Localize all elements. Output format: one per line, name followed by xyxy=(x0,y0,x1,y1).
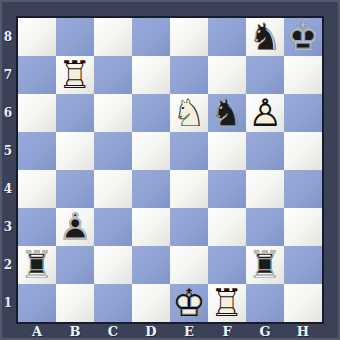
square-f8[interactable] xyxy=(208,18,246,56)
square-f2[interactable] xyxy=(208,246,246,284)
rank-labels: 87654321 xyxy=(0,18,16,322)
rank-label-2: 2 xyxy=(0,246,16,284)
file-label-a: A xyxy=(18,323,56,340)
square-c1[interactable] xyxy=(94,284,132,322)
square-c8[interactable] xyxy=(94,18,132,56)
white-king-e1: ♚♔ xyxy=(170,284,208,322)
square-e1[interactable]: ♚♔ xyxy=(170,284,208,322)
square-h5[interactable] xyxy=(284,132,322,170)
square-d7[interactable] xyxy=(132,56,170,94)
square-g4[interactable] xyxy=(246,170,284,208)
square-d3[interactable] xyxy=(132,208,170,246)
square-d8[interactable] xyxy=(132,18,170,56)
square-b8[interactable] xyxy=(56,18,94,56)
square-h7[interactable] xyxy=(284,56,322,94)
square-c6[interactable] xyxy=(94,94,132,132)
black-rook-a2: ♜♖ xyxy=(18,246,56,284)
square-a2[interactable]: ♜♖ xyxy=(18,246,56,284)
square-g8[interactable]: ♞♘ xyxy=(246,18,284,56)
square-g3[interactable] xyxy=(246,208,284,246)
square-a3[interactable] xyxy=(18,208,56,246)
square-b7[interactable]: ♜♖ xyxy=(56,56,94,94)
square-c7[interactable] xyxy=(94,56,132,94)
square-f1[interactable]: ♜♖ xyxy=(208,284,246,322)
square-f5[interactable] xyxy=(208,132,246,170)
rank-label-8: 8 xyxy=(0,18,16,56)
square-c4[interactable] xyxy=(94,170,132,208)
square-a1[interactable] xyxy=(18,284,56,322)
square-c5[interactable] xyxy=(94,132,132,170)
square-f4[interactable] xyxy=(208,170,246,208)
file-label-d: D xyxy=(132,323,170,340)
square-g7[interactable] xyxy=(246,56,284,94)
square-f3[interactable] xyxy=(208,208,246,246)
white-knight-e6: ♞♘ xyxy=(170,94,208,132)
white-rook-f1: ♜♖ xyxy=(208,284,246,322)
square-e3[interactable] xyxy=(170,208,208,246)
rank-label-5: 5 xyxy=(0,132,16,170)
square-f7[interactable] xyxy=(208,56,246,94)
square-g2[interactable]: ♜♖ xyxy=(246,246,284,284)
square-h2[interactable] xyxy=(284,246,322,284)
square-e6[interactable]: ♞♘ xyxy=(170,94,208,132)
square-d2[interactable] xyxy=(132,246,170,284)
square-a4[interactable] xyxy=(18,170,56,208)
square-h6[interactable] xyxy=(284,94,322,132)
square-b3[interactable]: ♟♙ xyxy=(56,208,94,246)
black-king-h8: ♚♔ xyxy=(284,18,322,56)
square-b5[interactable] xyxy=(56,132,94,170)
file-label-e: E xyxy=(170,323,208,340)
square-g1[interactable] xyxy=(246,284,284,322)
file-labels: ABCDEFGH xyxy=(18,323,322,340)
chess-board: ♞♘♚♔♜♖♞♘♞♘♟♙♟♙♜♖♜♖♚♔♜♖ xyxy=(16,16,324,324)
square-h4[interactable] xyxy=(284,170,322,208)
square-e2[interactable] xyxy=(170,246,208,284)
square-a6[interactable] xyxy=(18,94,56,132)
rank-label-4: 4 xyxy=(0,170,16,208)
square-e4[interactable] xyxy=(170,170,208,208)
file-label-f: F xyxy=(208,323,246,340)
file-label-g: G xyxy=(246,323,284,340)
square-d4[interactable] xyxy=(132,170,170,208)
square-g5[interactable] xyxy=(246,132,284,170)
file-label-b: B xyxy=(56,323,94,340)
square-h3[interactable] xyxy=(284,208,322,246)
square-b1[interactable] xyxy=(56,284,94,322)
square-d6[interactable] xyxy=(132,94,170,132)
square-c3[interactable] xyxy=(94,208,132,246)
rank-label-6: 6 xyxy=(0,94,16,132)
square-e8[interactable] xyxy=(170,18,208,56)
black-knight-g8: ♞♘ xyxy=(246,18,284,56)
square-e7[interactable] xyxy=(170,56,208,94)
square-a7[interactable] xyxy=(18,56,56,94)
square-a5[interactable] xyxy=(18,132,56,170)
square-b2[interactable] xyxy=(56,246,94,284)
square-d5[interactable] xyxy=(132,132,170,170)
square-h8[interactable]: ♚♔ xyxy=(284,18,322,56)
black-knight-f6: ♞♘ xyxy=(208,94,246,132)
square-e5[interactable] xyxy=(170,132,208,170)
square-b4[interactable] xyxy=(56,170,94,208)
square-g6[interactable]: ♟♙ xyxy=(246,94,284,132)
square-b6[interactable] xyxy=(56,94,94,132)
black-pawn-b3: ♟♙ xyxy=(56,208,94,246)
file-label-h: H xyxy=(284,323,322,340)
white-pawn-g6: ♟♙ xyxy=(246,94,284,132)
rank-label-7: 7 xyxy=(0,56,16,94)
black-rook-g2: ♜♖ xyxy=(246,246,284,284)
white-rook-b7: ♜♖ xyxy=(56,56,94,94)
square-a8[interactable] xyxy=(18,18,56,56)
square-f6[interactable]: ♞♘ xyxy=(208,94,246,132)
file-label-c: C xyxy=(94,323,132,340)
rank-label-3: 3 xyxy=(0,208,16,246)
square-c2[interactable] xyxy=(94,246,132,284)
rank-label-1: 1 xyxy=(0,284,16,322)
board-frame: 87654321 ♞♘♚♔♜♖♞♘♞♘♟♙♟♙♜♖♜♖♚♔♜♖ ABCDEFGH xyxy=(0,0,340,340)
square-d1[interactable] xyxy=(132,284,170,322)
square-h1[interactable] xyxy=(284,284,322,322)
